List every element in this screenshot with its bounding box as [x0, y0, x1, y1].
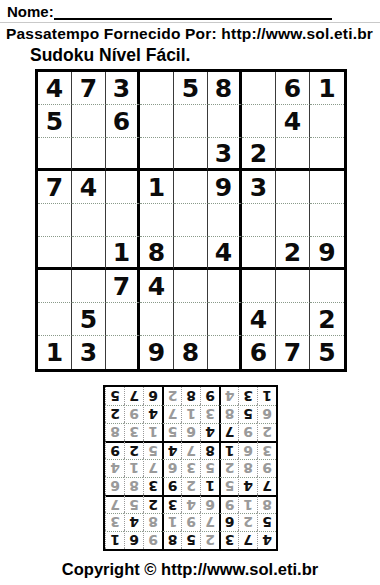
solution-cell-r4c7: 3: [143, 477, 162, 495]
puzzle-cell-r9c7: 6: [242, 336, 276, 369]
solution-cell-r5c2: 8: [238, 459, 257, 477]
solution-cell-r3c7: 2: [143, 495, 162, 513]
puzzle-cell-r8c2: 5: [72, 303, 106, 336]
puzzle-cell-r6c3: 1: [106, 237, 140, 270]
solution-cell-r3c3: 9: [219, 495, 238, 513]
puzzle-cell-r7c1[interactable]: [38, 270, 72, 303]
puzzle-cell-r1c4[interactable]: [140, 72, 174, 105]
solution-cell-r9c1: 1: [257, 387, 276, 405]
solution-cell-r5c8: 1: [124, 459, 143, 477]
solution-cell-r2c8: 4: [124, 513, 143, 531]
solution-cell-r4c1: 7: [257, 477, 276, 495]
puzzle-cell-r6c8: 2: [276, 237, 310, 270]
solution-cell-r7c4: 4: [200, 423, 219, 441]
solution-cell-r5c9: 4: [105, 459, 124, 477]
solution-cell-r1c4: 2: [200, 531, 219, 549]
solution-cell-r8c1: 6: [257, 405, 276, 423]
solution-cell-r2c3: 6: [219, 513, 238, 531]
solution-cell-r8c4: 3: [200, 405, 219, 423]
puzzle-cell-r5c1[interactable]: [38, 204, 72, 237]
solution-cell-r4c2: 4: [238, 477, 257, 495]
puzzle-cell-r7c2[interactable]: [72, 270, 106, 303]
puzzle-cell-r3c4[interactable]: [140, 138, 174, 171]
puzzle-cell-r9c1: 1: [38, 336, 72, 369]
puzzle-cell-r3c2[interactable]: [72, 138, 106, 171]
solution-cell-r2c7: 8: [143, 513, 162, 531]
puzzle-cell-r3c6: 3: [208, 138, 242, 171]
puzzle-cell-r4c9[interactable]: [310, 171, 344, 204]
solution-cell-r5c3: 2: [219, 459, 238, 477]
solution-cell-r5c6: 6: [162, 459, 181, 477]
puzzle-cell-r5c4[interactable]: [140, 204, 174, 237]
puzzle-cell-r8c1[interactable]: [38, 303, 72, 336]
puzzle-cell-r8c5[interactable]: [174, 303, 208, 336]
solution-cell-r9c2: 3: [238, 387, 257, 405]
solution-cell-r1c1: 4: [257, 531, 276, 549]
solution-cell-r4c6: 9: [162, 477, 181, 495]
solution-cell-r5c5: 3: [181, 459, 200, 477]
puzzle-cell-r4c8[interactable]: [276, 171, 310, 204]
puzzle-cell-r7c7[interactable]: [242, 270, 276, 303]
puzzle-cell-r6c2[interactable]: [72, 237, 106, 270]
solution-cell-r6c4: 8: [200, 441, 219, 459]
solution-cell-r1c3: 3: [219, 531, 238, 549]
puzzle-cell-r4c3[interactable]: [106, 171, 140, 204]
puzzle-cell-r2c1: 5: [38, 105, 72, 138]
puzzle-cell-r8c8[interactable]: [276, 303, 310, 336]
puzzle-cell-r9c8: 7: [276, 336, 310, 369]
puzzle-cell-r4c4: 1: [140, 171, 174, 204]
puzzle-cell-r1c2: 7: [72, 72, 106, 105]
puzzle-cell-r4c5[interactable]: [174, 171, 208, 204]
puzzle-cell-r1c7[interactable]: [242, 72, 276, 105]
puzzle-cell-r7c4: 4: [140, 270, 174, 303]
solution-cell-r8c6: 7: [162, 405, 181, 423]
puzzle-cell-r1c5: 5: [174, 72, 208, 105]
solution-area: 4732589615267918438196432577451293869825…: [0, 385, 380, 551]
solution-cell-r6c3: 1: [219, 441, 238, 459]
solution-cell-r7c7: 1: [143, 423, 162, 441]
puzzle-cell-r9c3[interactable]: [106, 336, 140, 369]
solution-cell-r8c5: 1: [181, 405, 200, 423]
puzzle-cell-r5c2[interactable]: [72, 204, 106, 237]
puzzle-cell-r3c5[interactable]: [174, 138, 208, 171]
solution-cell-r3c8: 5: [124, 495, 143, 513]
solution-cell-r1c9: 1: [105, 531, 124, 549]
puzzle-cell-r1c3: 3: [106, 72, 140, 105]
solution-cell-r6c1: 3: [257, 441, 276, 459]
puzzle-cell-r9c6[interactable]: [208, 336, 242, 369]
solution-cell-r1c6: 8: [162, 531, 181, 549]
solution-cell-r7c6: 5: [162, 423, 181, 441]
page-title: Sudoku Nível Fácil.: [0, 43, 380, 66]
solution-cell-r9c9: 5: [105, 387, 124, 405]
solution-cell-r4c9: 6: [105, 477, 124, 495]
solution-cell-r1c5: 5: [181, 531, 200, 549]
puzzle-cell-r3c9[interactable]: [310, 138, 344, 171]
name-label: Nome:: [7, 3, 54, 20]
solution-cell-r2c1: 5: [257, 513, 276, 531]
puzzle-cell-r3c7: 2: [242, 138, 276, 171]
puzzle-cell-r8c9: 2: [310, 303, 344, 336]
puzzle-grid: 4735861564327419318429745421398675: [35, 69, 347, 372]
puzzle-cell-r7c9[interactable]: [310, 270, 344, 303]
solution-cell-r3c2: 1: [238, 495, 257, 513]
puzzle-cell-r3c3[interactable]: [106, 138, 140, 171]
puzzle-cell-r8c4[interactable]: [140, 303, 174, 336]
solution-cell-r7c1: 2: [257, 423, 276, 441]
solution-cell-r2c6: 1: [162, 513, 181, 531]
puzzle-cell-r8c6[interactable]: [208, 303, 242, 336]
puzzle-cell-r6c1[interactable]: [38, 237, 72, 270]
puzzle-cell-r6c5[interactable]: [174, 237, 208, 270]
puzzle-cell-r9c2: 3: [72, 336, 106, 369]
puzzle-cell-r1c6: 8: [208, 72, 242, 105]
puzzle-cell-r8c3[interactable]: [106, 303, 140, 336]
puzzle-cell-r5c6[interactable]: [208, 204, 242, 237]
solution-cell-r2c2: 2: [238, 513, 257, 531]
solution-cell-r4c3: 5: [219, 477, 238, 495]
puzzle-cell-r7c5[interactable]: [174, 270, 208, 303]
puzzle-cell-r1c8: 6: [276, 72, 310, 105]
solution-cell-r3c6: 3: [162, 495, 181, 513]
puzzle-cell-r4c6: 9: [208, 171, 242, 204]
puzzle-cell-r6c4: 8: [140, 237, 174, 270]
solution-cell-r4c5: 2: [181, 477, 200, 495]
puzzle-cell-r2c8: 4: [276, 105, 310, 138]
solution-cell-r9c6: 2: [162, 387, 181, 405]
solution-cell-r4c8: 8: [124, 477, 143, 495]
solution-cell-r7c2: 9: [238, 423, 257, 441]
solution-cell-r9c3: 4: [219, 387, 238, 405]
puzzle-cell-r2c4[interactable]: [140, 105, 174, 138]
solution-cell-r9c8: 7: [124, 387, 143, 405]
puzzle-cell-r4c1: 7: [38, 171, 72, 204]
solution-cell-r2c5: 9: [181, 513, 200, 531]
solution-cell-r2c4: 7: [200, 513, 219, 531]
puzzle-cell-r2c2[interactable]: [72, 105, 106, 138]
puzzle-cell-r6c6: 4: [208, 237, 242, 270]
solution-cell-r7c3: 7: [219, 423, 238, 441]
solution-cell-r3c4: 6: [200, 495, 219, 513]
solution-cell-r8c3: 8: [219, 405, 238, 423]
copyright-text: Copyright © http://www.sol.eti.br: [0, 560, 380, 579]
puzzle-cell-r6c9: 9: [310, 237, 344, 270]
solution-cell-r6c9: 9: [105, 441, 124, 459]
solution-cell-r6c8: 2: [124, 441, 143, 459]
puzzle-cell-r9c5: 8: [174, 336, 208, 369]
puzzle-cell-r3c8[interactable]: [276, 138, 310, 171]
solution-cell-r1c2: 7: [238, 531, 257, 549]
solution-cell-r8c7: 4: [143, 405, 162, 423]
solution-cell-r2c9: 3: [105, 513, 124, 531]
solution-cell-r5c4: 5: [200, 459, 219, 477]
puzzle-cell-r5c3[interactable]: [106, 204, 140, 237]
solution-cell-r1c7: 9: [143, 531, 162, 549]
puzzle-cell-r6c7[interactable]: [242, 237, 276, 270]
puzzle-cell-r4c7: 3: [242, 171, 276, 204]
solution-cell-r9c5: 8: [181, 387, 200, 405]
name-write-in-line[interactable]: [54, 4, 332, 20]
solution-cell-r8c2: 5: [238, 405, 257, 423]
solution-cell-r6c7: 5: [143, 441, 162, 459]
puzzle-cell-r2c6[interactable]: [208, 105, 242, 138]
solution-cell-r6c5: 7: [181, 441, 200, 459]
puzzle-cell-r2c9[interactable]: [310, 105, 344, 138]
puzzle-cell-r7c8[interactable]: [276, 270, 310, 303]
solution-cell-r5c1: 9: [257, 459, 276, 477]
puzzle-cell-r1c9: 1: [310, 72, 344, 105]
solution-cell-r8c9: 2: [105, 405, 124, 423]
puzzle-cell-r4c2: 4: [72, 171, 106, 204]
solution-cell-r1c8: 6: [124, 531, 143, 549]
puzzle-cell-r8c7: 4: [242, 303, 276, 336]
puzzle-cell-r7c6[interactable]: [208, 270, 242, 303]
solution-cell-r5c7: 7: [143, 459, 162, 477]
name-row: Nome:: [0, 0, 380, 20]
provided-by-text: Passatempo Fornecido Por: http://www.sol…: [0, 23, 380, 43]
solution-cell-r4c4: 1: [200, 477, 219, 495]
puzzle-cell-r5c9[interactable]: [310, 204, 344, 237]
solution-cell-r7c8: 3: [124, 423, 143, 441]
puzzle-cell-r5c8[interactable]: [276, 204, 310, 237]
solution-cell-r3c9: 7: [105, 495, 124, 513]
puzzle-cell-r9c9: 5: [310, 336, 344, 369]
puzzle-cell-r7c3: 7: [106, 270, 140, 303]
solution-cell-r9c7: 6: [143, 387, 162, 405]
solution-cell-r7c5: 6: [181, 423, 200, 441]
puzzle-cell-r2c7[interactable]: [242, 105, 276, 138]
solution-cell-r8c8: 9: [124, 405, 143, 423]
puzzle-cell-r3c1[interactable]: [38, 138, 72, 171]
solution-cell-r3c5: 4: [181, 495, 200, 513]
puzzle-cell-r2c5[interactable]: [174, 105, 208, 138]
solution-cell-r9c4: 9: [200, 387, 219, 405]
solution-cell-r6c6: 4: [162, 441, 181, 459]
puzzle-cell-r5c5[interactable]: [174, 204, 208, 237]
puzzle-cell-r9c4: 9: [140, 336, 174, 369]
solution-cell-r7c9: 8: [105, 423, 124, 441]
solution-cell-r3c1: 8: [257, 495, 276, 513]
puzzle-cell-r2c3: 6: [106, 105, 140, 138]
solution-grid-rotated-180: 4732589615267918438196432577451293869825…: [103, 385, 278, 551]
solution-cell-r6c2: 6: [238, 441, 257, 459]
puzzle-cell-r1c1: 4: [38, 72, 72, 105]
puzzle-cell-r5c7[interactable]: [242, 204, 276, 237]
